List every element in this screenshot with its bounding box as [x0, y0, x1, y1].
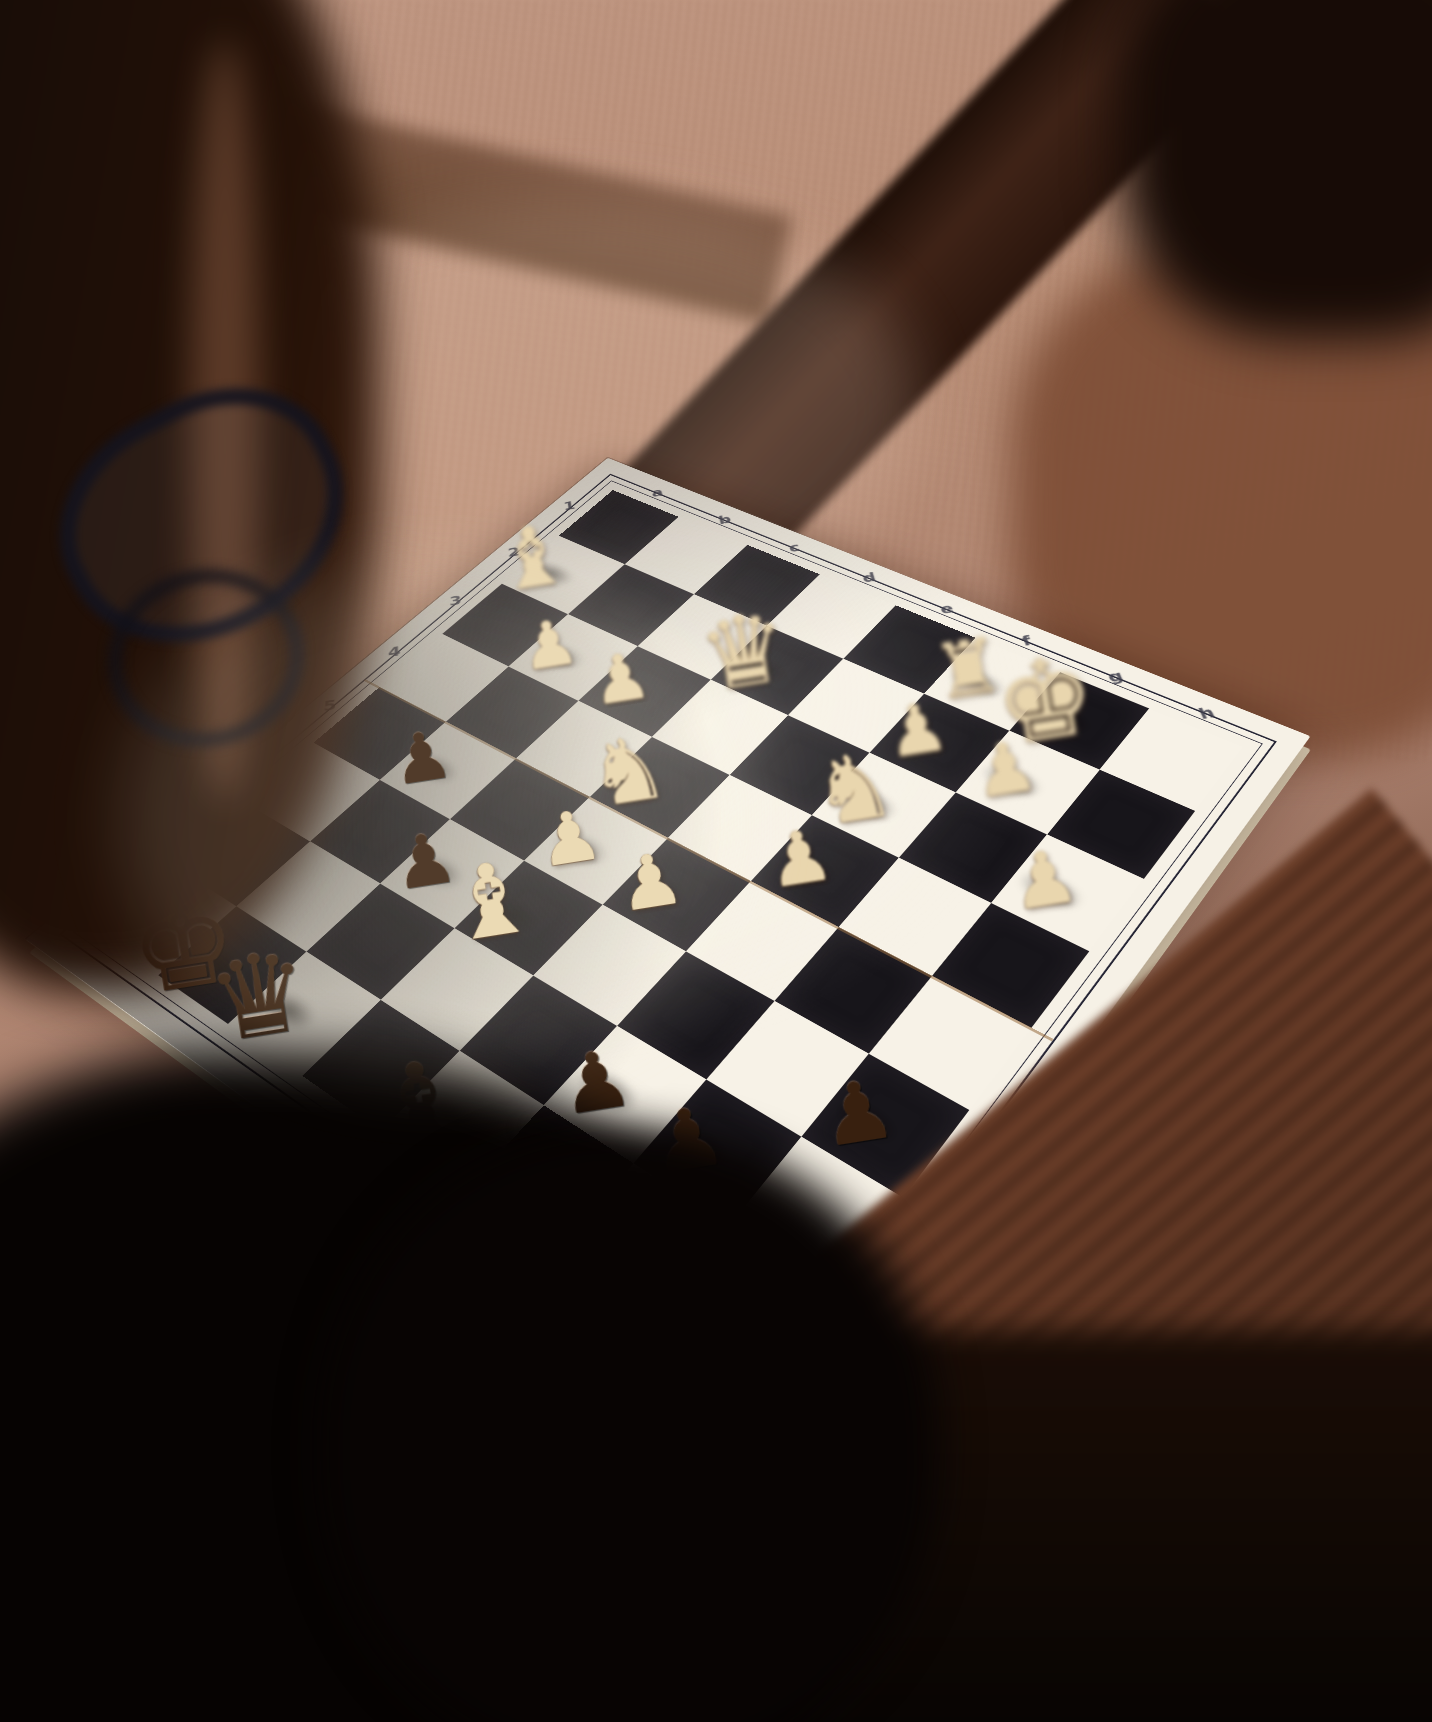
rank-label-4: 4: [388, 644, 401, 660]
square-d6[interactable]: ♝: [455, 861, 603, 976]
rank-label-2: 2: [507, 545, 520, 559]
square-c8[interactable]: ♛: [228, 952, 381, 1076]
dark-corner-top-right: [1120, 0, 1432, 340]
rank-label-6: 6: [255, 754, 269, 772]
rank-label-5: 5: [323, 697, 336, 714]
file-label-h: h: [1196, 704, 1218, 722]
piece-black-queen-c8[interactable]: ♛: [201, 933, 318, 1059]
file-label-b: b: [717, 513, 732, 527]
file-label-d: d: [861, 570, 878, 585]
board-grid: ♜♚♝♛♟♟♟♟♞♟♞♟♟♟♟♟♝♟♟♟♚♛♝: [93, 490, 1244, 1393]
rank-label-1: 1: [563, 499, 576, 513]
piece-white-pawn-f4[interactable]: ♟: [763, 817, 839, 899]
piece-white-pawn-d5[interactable]: ♟: [534, 798, 608, 878]
piece-white-pawn-f2[interactable]: ♟: [882, 691, 954, 768]
file-label-c: c: [787, 540, 801, 554]
file-label-a: a: [651, 486, 665, 500]
eyeglasses-icon: [21, 347, 388, 689]
file-label-e: e: [938, 601, 956, 617]
piece-white-queen-d2[interactable]: ♛: [693, 597, 794, 706]
piece-white-pawn-b3[interactable]: ♟: [517, 609, 583, 680]
piece-black-pawn-g7[interactable]: ♟: [646, 1093, 732, 1186]
rank-label-3: 3: [449, 593, 462, 608]
rank-label-8: 8: [107, 875, 124, 895]
piece-black-pawn-f7[interactable]: ♟: [555, 1037, 638, 1127]
piece-white-pawn-e5[interactable]: ♟: [613, 841, 689, 923]
piece-white-pawn-g2[interactable]: ♟: [969, 729, 1043, 809]
table-edge-shadow-band: [27, 46, 792, 324]
captured-black-rook[interactable]: ♜: [487, 1254, 603, 1380]
rank-label-7: 7: [183, 813, 198, 832]
piece-black-bishop-e8[interactable]: ♝: [363, 1042, 478, 1166]
photo-scene: ♜♚♝♛♟♟♟♟♞♟♞♟♟♟♟♟♝♟♟♟♚♛♝ abcdefgh12345678…: [0, 0, 1432, 1722]
piece-black-pawn-h6[interactable]: ♟: [815, 1066, 901, 1159]
piece-white-bishop-a2[interactable]: ♝: [490, 511, 576, 604]
chess-board: ♜♚♝♛♟♟♟♟♞♟♞♟♟♟♟♟♝♟♟♟♚♛♝ abcdefgh12345678…: [25, 458, 1310, 1480]
player-head-rim-light: [190, 40, 260, 800]
piece-white-bishop-d6[interactable]: ♝: [439, 845, 543, 958]
piece-white-pawn-h3[interactable]: ♟: [1006, 837, 1084, 922]
file-label-g: g: [1105, 668, 1126, 686]
piece-black-pawn-b5[interactable]: ♟: [387, 720, 457, 795]
piece-white-pawn-c3[interactable]: ♟: [587, 642, 655, 715]
square-h1[interactable]: [1100, 709, 1244, 811]
